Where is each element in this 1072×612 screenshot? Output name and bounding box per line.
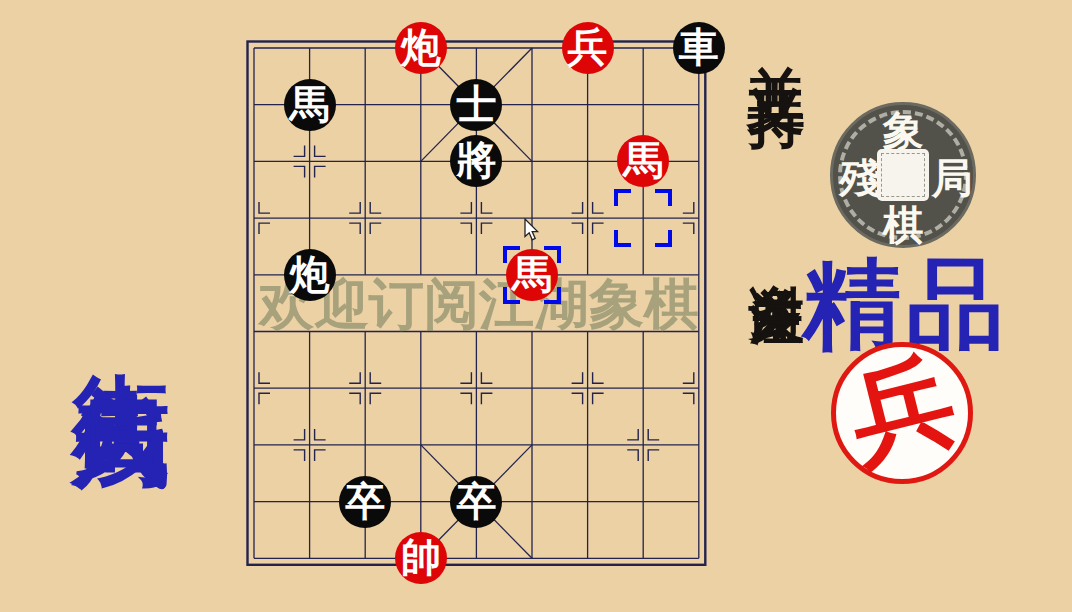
point-marker <box>683 372 694 383</box>
stamp-center-square-inner <box>881 153 925 197</box>
stamp-char-top: 象 <box>883 111 924 152</box>
stamp-char-left: 殘 <box>840 158 881 199</box>
point-marker <box>593 223 604 234</box>
point-marker <box>683 393 694 404</box>
point-marker <box>315 429 326 440</box>
piece-black-士[interactable]: 士 <box>450 79 502 131</box>
piece-red-馬[interactable]: 馬 <box>506 249 558 301</box>
point-marker <box>349 223 360 234</box>
piece-black-將[interactable]: 將 <box>450 135 502 187</box>
point-marker <box>315 166 326 177</box>
soldier-seal-char: 兵 <box>839 347 965 473</box>
point-marker <box>349 202 360 213</box>
stamp-char-bottom: 棋 <box>883 205 924 246</box>
page: 街头残局 並支持 多谢关注 精品 象 局 棋 殘 兵 欢迎订阅江湖象棋 炮兵車馬… <box>0 0 1072 612</box>
point-marker <box>460 202 471 213</box>
point-marker <box>683 202 694 213</box>
piece-black-車[interactable]: 車 <box>673 22 725 74</box>
point-marker <box>294 429 305 440</box>
point-marker <box>572 393 583 404</box>
right-banner-thanks-text: 多谢关注 <box>746 240 806 244</box>
point-marker <box>648 429 659 440</box>
point-marker <box>349 393 360 404</box>
point-marker <box>481 372 492 383</box>
piece-red-馬[interactable]: 馬 <box>617 135 669 187</box>
point-marker <box>593 372 604 383</box>
point-marker <box>259 372 270 383</box>
point-marker <box>481 223 492 234</box>
point-marker <box>259 393 270 404</box>
point-marker <box>627 450 638 461</box>
piece-black-卒[interactable]: 卒 <box>339 476 391 528</box>
soldier-seal-badge: 兵 <box>831 342 973 484</box>
point-marker <box>572 202 583 213</box>
piece-red-兵[interactable]: 兵 <box>562 22 614 74</box>
point-marker <box>370 393 381 404</box>
piece-red-炮[interactable]: 炮 <box>395 22 447 74</box>
stamp-char-right: 局 <box>932 158 973 199</box>
point-marker <box>481 202 492 213</box>
point-marker <box>593 393 604 404</box>
point-marker <box>460 393 471 404</box>
point-marker <box>627 429 638 440</box>
mouse-cursor-icon <box>524 218 540 242</box>
point-marker <box>370 223 381 234</box>
point-marker <box>370 372 381 383</box>
point-marker <box>294 450 305 461</box>
piece-black-卒[interactable]: 卒 <box>450 476 502 528</box>
piece-black-炮[interactable]: 炮 <box>284 249 336 301</box>
left-banner-title: 街头残局 <box>62 84 180 544</box>
point-marker <box>572 223 583 234</box>
point-marker <box>481 393 492 404</box>
piece-black-馬[interactable]: 馬 <box>284 79 336 131</box>
point-marker <box>593 202 604 213</box>
point-marker <box>294 145 305 156</box>
point-marker <box>315 145 326 156</box>
piece-red-帥[interactable]: 帥 <box>395 532 447 584</box>
point-marker <box>572 372 583 383</box>
stamp-center-square <box>877 149 929 201</box>
point-marker <box>370 202 381 213</box>
coin-stamp-logo: 象 局 棋 殘 <box>830 102 976 248</box>
point-marker <box>315 450 326 461</box>
point-marker <box>683 223 694 234</box>
point-marker <box>460 372 471 383</box>
point-marker <box>349 372 360 383</box>
point-marker <box>259 202 270 213</box>
right-banner-support-text: 並支持 <box>744 20 808 59</box>
point-marker <box>259 223 270 234</box>
point-marker <box>648 450 659 461</box>
point-marker <box>460 223 471 234</box>
point-marker <box>294 166 305 177</box>
